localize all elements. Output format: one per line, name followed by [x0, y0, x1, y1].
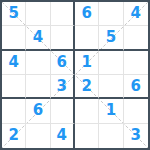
- cell-r3c6[interactable]: [124, 51, 148, 75]
- given-digit: 4: [57, 128, 67, 143]
- given-digit: 3: [57, 79, 67, 94]
- cell-r6c5[interactable]: [99, 124, 123, 148]
- given-digit: 4: [8, 55, 18, 70]
- cell-r3c1[interactable]: 4: [2, 51, 26, 75]
- cell-r5c2[interactable]: 6: [26, 99, 50, 123]
- cell-r3c5[interactable]: [99, 51, 123, 75]
- cell-r1c5[interactable]: [99, 2, 123, 26]
- cell-r5c4[interactable]: [75, 99, 99, 123]
- cell-r5c3[interactable]: [51, 99, 75, 123]
- cell-r1c3[interactable]: [51, 2, 75, 26]
- given-digit: 6: [81, 6, 91, 21]
- cell-r2c5[interactable]: 5: [99, 26, 123, 50]
- given-digit: 2: [8, 128, 18, 143]
- cell-r5c5[interactable]: 1: [99, 99, 123, 123]
- cell-r6c3[interactable]: 4: [51, 124, 75, 148]
- cell-r4c4[interactable]: 2: [75, 75, 99, 99]
- cell-r4c6[interactable]: 6: [124, 75, 148, 99]
- cell-r4c5[interactable]: [99, 75, 123, 99]
- sudoku-grid: 5644546132661243: [2, 2, 148, 148]
- given-digit: 4: [33, 30, 43, 45]
- cell-r6c2[interactable]: [26, 124, 50, 148]
- cell-r1c6[interactable]: 4: [124, 2, 148, 26]
- given-digit: 2: [81, 79, 91, 94]
- cell-r6c6[interactable]: 3: [124, 124, 148, 148]
- cell-r3c2[interactable]: [26, 51, 50, 75]
- cell-r2c6[interactable]: [124, 26, 148, 50]
- cell-r4c2[interactable]: [26, 75, 50, 99]
- given-digit: 6: [57, 55, 67, 70]
- cell-r6c1[interactable]: 2: [2, 124, 26, 148]
- cell-r5c1[interactable]: [2, 99, 26, 123]
- given-digit: 1: [81, 55, 91, 70]
- cell-r2c2[interactable]: 4: [26, 26, 50, 50]
- cell-r4c1[interactable]: [2, 75, 26, 99]
- cell-r3c3[interactable]: 6: [51, 51, 75, 75]
- cell-r1c4[interactable]: 6: [75, 2, 99, 26]
- sudoku-board: 5644546132661243: [0, 0, 150, 150]
- cell-r4c3[interactable]: 3: [51, 75, 75, 99]
- cell-r3c4[interactable]: 1: [75, 51, 99, 75]
- cell-r2c1[interactable]: [2, 26, 26, 50]
- cell-r1c1[interactable]: 5: [2, 2, 26, 26]
- given-digit: 5: [8, 6, 18, 21]
- given-digit: 6: [33, 103, 43, 118]
- given-digit: 3: [131, 128, 141, 143]
- cell-r6c4[interactable]: [75, 124, 99, 148]
- cell-r1c2[interactable]: [26, 2, 50, 26]
- cell-r2c3[interactable]: [51, 26, 75, 50]
- cell-r2c4[interactable]: [75, 26, 99, 50]
- given-digit: 1: [106, 103, 116, 118]
- given-digit: 4: [131, 6, 141, 21]
- given-digit: 5: [106, 30, 116, 45]
- cell-r5c6[interactable]: [124, 99, 148, 123]
- given-digit: 6: [131, 79, 141, 94]
